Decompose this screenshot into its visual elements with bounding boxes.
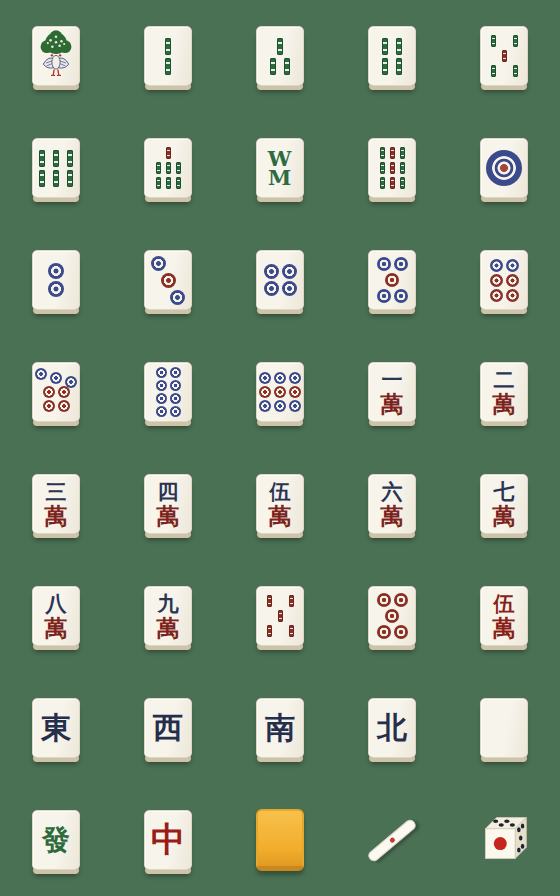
bamboo-row xyxy=(39,150,73,167)
circle-pip xyxy=(490,289,503,302)
man-number-character: 七 xyxy=(494,480,515,503)
circle-pip xyxy=(274,386,286,398)
tile-die[interactable] xyxy=(448,784,560,896)
tile-face: 四萬 xyxy=(144,474,192,534)
tile-face: 伍萬 xyxy=(256,474,304,534)
tile-0s[interactable] xyxy=(224,560,336,672)
honor-character: 南 xyxy=(265,708,295,749)
bamboo-stick xyxy=(396,38,402,55)
bamboo-stick xyxy=(382,38,388,55)
tile-face: 中 xyxy=(144,810,192,870)
tile-chun[interactable]: 中 xyxy=(112,784,224,896)
pip-row xyxy=(43,400,70,412)
man-wan-character: 萬 xyxy=(381,503,404,528)
circle-pip xyxy=(156,393,167,404)
mahjong-emoji-grid: WM一萬二萬三萬四萬伍萬六萬七萬八萬九萬伍萬東西南北發中 xyxy=(0,0,560,896)
tile-9s[interactable] xyxy=(336,112,448,224)
man-characters: 二萬 xyxy=(493,368,516,416)
bamboo-eight-glyphs: WM xyxy=(268,149,293,187)
tile-face xyxy=(144,250,192,310)
tile-south[interactable]: 南 xyxy=(224,672,336,784)
pip-row xyxy=(264,264,297,279)
circle-pip xyxy=(490,259,503,272)
tile-7s[interactable] xyxy=(112,112,224,224)
circle-pips xyxy=(33,263,79,297)
bamboo-stick xyxy=(390,162,395,174)
pip-row xyxy=(48,281,64,297)
tile-7m[interactable]: 七萬 xyxy=(448,448,560,560)
tile-face xyxy=(368,586,416,646)
bamboo-stick xyxy=(513,65,518,77)
bamboo-row xyxy=(502,50,507,62)
bamboo-stick xyxy=(382,58,388,75)
bamboo-stick xyxy=(278,610,283,622)
tile-face xyxy=(144,362,192,422)
pip-row xyxy=(161,273,176,288)
circle-pip xyxy=(385,273,399,287)
tile-face: 九萬 xyxy=(144,586,192,646)
circle-pip xyxy=(170,406,181,417)
bamboo-sticks xyxy=(267,595,294,637)
pip-row xyxy=(170,290,185,305)
tile-face xyxy=(368,138,416,198)
circle-pip xyxy=(264,281,279,296)
tile-face: 東 xyxy=(32,698,80,758)
circle-pip xyxy=(394,257,408,271)
bamboo-stick xyxy=(267,595,272,607)
man-characters: 三萬 xyxy=(45,480,68,528)
tile-1m[interactable]: 一萬 xyxy=(336,336,448,448)
tile-face: 一萬 xyxy=(368,362,416,422)
circle-pips xyxy=(257,264,303,296)
bamboo-stick xyxy=(390,177,395,189)
bamboo-stick xyxy=(165,38,171,55)
circle-pip xyxy=(43,400,55,412)
tile-hatsu[interactable]: 發 xyxy=(0,784,112,896)
tile-5m[interactable]: 伍萬 xyxy=(224,448,336,560)
honor-character: 東 xyxy=(41,708,71,749)
tile-haku[interactable] xyxy=(448,672,560,784)
tile-6s[interactable] xyxy=(0,112,112,224)
tile-3p[interactable] xyxy=(112,224,224,336)
bamboo-stick xyxy=(284,58,290,75)
man-characters: 九萬 xyxy=(157,592,180,640)
tile-0m[interactable]: 伍萬 xyxy=(448,560,560,672)
bamboo-stick xyxy=(380,162,385,174)
circle-pip xyxy=(506,274,519,287)
circle-pip xyxy=(156,406,167,417)
circle-pip xyxy=(259,372,271,384)
bamboo-row xyxy=(166,147,171,159)
bamboo-row xyxy=(39,170,73,187)
man-number-character: 九 xyxy=(158,592,179,615)
bamboo-stick xyxy=(176,162,181,174)
circle-pip xyxy=(394,593,408,607)
bamboo-stick xyxy=(267,625,272,637)
circle-pip xyxy=(377,625,391,639)
circle-pip xyxy=(151,256,166,271)
circle-pip xyxy=(58,400,70,412)
pip-row xyxy=(377,289,408,303)
circle-pip xyxy=(35,368,47,380)
honor-character: 發 xyxy=(42,821,70,859)
tile-3s[interactable] xyxy=(224,0,336,112)
tile-east[interactable]: 東 xyxy=(0,672,112,784)
tile-face xyxy=(32,362,80,422)
pip-row xyxy=(156,380,181,391)
tile-face xyxy=(480,698,528,758)
bamboo-stick xyxy=(491,35,496,47)
bamboo-stick xyxy=(491,65,496,77)
man-characters: 六萬 xyxy=(381,480,404,528)
man-number-character: 一 xyxy=(382,368,403,391)
tile-face: 發 xyxy=(32,810,80,870)
man-wan-character: 萬 xyxy=(45,615,68,640)
circle-pips xyxy=(145,256,191,305)
circle-pip xyxy=(170,380,181,391)
tile-9p[interactable] xyxy=(224,336,336,448)
pip-row xyxy=(490,259,519,272)
tile-face: WM xyxy=(256,138,304,198)
man-wan-character: 萬 xyxy=(157,615,180,640)
tile-face xyxy=(480,250,528,310)
big-circle-pip xyxy=(486,150,522,186)
tile-5s[interactable] xyxy=(448,0,560,112)
circle-pip xyxy=(48,281,64,297)
circle-pip xyxy=(377,289,391,303)
circle-pips xyxy=(145,367,191,417)
bamboo-stick xyxy=(289,625,294,637)
tile-6m[interactable]: 六萬 xyxy=(336,448,448,560)
circle-pip xyxy=(50,372,62,384)
bamboo-letter: M xyxy=(268,168,293,187)
pip-row xyxy=(156,406,181,417)
point-stick-dot xyxy=(388,836,395,843)
tile-2p[interactable] xyxy=(0,224,112,336)
bamboo-stick xyxy=(502,50,507,62)
honor-character: 西 xyxy=(153,708,183,749)
tile-face: 六萬 xyxy=(368,474,416,534)
point-stick-icon xyxy=(366,817,418,863)
pip-row xyxy=(385,273,399,287)
bamboo-row xyxy=(156,177,181,189)
tile-7p[interactable] xyxy=(0,336,112,448)
pip-row xyxy=(43,386,70,398)
circle-pip xyxy=(170,290,185,305)
tile-face xyxy=(144,138,192,198)
bamboo-stick xyxy=(53,150,59,167)
circle-pip xyxy=(506,289,519,302)
bamboo-sticks xyxy=(165,38,171,75)
circle-pip xyxy=(385,609,399,623)
tile-face xyxy=(256,586,304,646)
tile-face xyxy=(256,250,304,310)
man-number-character: 三 xyxy=(46,480,67,503)
circle-pip xyxy=(43,386,55,398)
tile-8p[interactable] xyxy=(112,336,224,448)
honor-character: 北 xyxy=(377,708,407,749)
die-icon xyxy=(478,812,530,868)
man-wan-character: 萬 xyxy=(45,503,68,528)
pip-row xyxy=(259,400,301,412)
circle-pip xyxy=(48,263,64,279)
circle-pips xyxy=(481,259,527,302)
honor-character: 中 xyxy=(151,817,185,863)
man-characters: 一萬 xyxy=(381,368,404,416)
man-number-character: 八 xyxy=(46,592,67,615)
tile-face: 西 xyxy=(144,698,192,758)
tile-back xyxy=(256,809,304,871)
circle-pip xyxy=(65,376,77,388)
tile-face: 七萬 xyxy=(480,474,528,534)
pip-row xyxy=(151,256,166,271)
tile-face xyxy=(256,362,304,422)
circle-pip xyxy=(289,386,301,398)
tile-4p[interactable] xyxy=(224,224,336,336)
tile-face xyxy=(368,250,416,310)
bamboo-row xyxy=(278,610,283,622)
tile-face xyxy=(32,26,80,86)
bamboo-stick xyxy=(165,58,171,75)
bamboo-sticks xyxy=(382,38,402,75)
tile-face xyxy=(144,26,192,86)
tile-face: 二萬 xyxy=(480,362,528,422)
tile-5p[interactable] xyxy=(336,224,448,336)
tile-face xyxy=(480,26,528,86)
tile-back[interactable] xyxy=(224,784,336,896)
man-wan-character: 萬 xyxy=(381,391,404,416)
pip-row xyxy=(156,393,181,404)
bamboo-sticks xyxy=(270,38,290,75)
tile-face xyxy=(368,26,416,86)
tile-tenbou[interactable] xyxy=(336,784,448,896)
man-wan-character: 萬 xyxy=(493,391,516,416)
bamboo-stick xyxy=(166,177,171,189)
circle-pip xyxy=(264,264,279,279)
circle-pip xyxy=(170,393,181,404)
circle-pip xyxy=(282,264,297,279)
tile-face: 伍萬 xyxy=(480,586,528,646)
man-characters: 四萬 xyxy=(157,480,180,528)
circle-pip xyxy=(289,400,301,412)
tile-2s[interactable] xyxy=(112,0,224,112)
pip-row xyxy=(48,263,64,279)
circle-pip xyxy=(58,386,70,398)
pip-row xyxy=(377,593,408,607)
bamboo-row xyxy=(267,625,294,637)
pip-row xyxy=(35,372,77,384)
pip-row xyxy=(259,386,301,398)
bamboo-row xyxy=(380,147,405,159)
bamboo-stick xyxy=(400,177,405,189)
bamboo-row xyxy=(491,65,518,77)
tile-6p[interactable] xyxy=(448,224,560,336)
tile-1p[interactable] xyxy=(448,112,560,224)
pip-row xyxy=(490,289,519,302)
tile-2m[interactable]: 二萬 xyxy=(448,336,560,448)
bamboo-stick xyxy=(156,177,161,189)
tile-4m[interactable]: 四萬 xyxy=(112,448,224,560)
circle-pip xyxy=(161,273,176,288)
bamboo-stick xyxy=(289,595,294,607)
bamboo-stick xyxy=(396,58,402,75)
circle-pips xyxy=(33,372,79,412)
bamboo-stick xyxy=(380,177,385,189)
man-characters: 伍萬 xyxy=(269,480,292,528)
bamboo-stick xyxy=(166,162,171,174)
circle-pip xyxy=(394,289,408,303)
bamboo-row xyxy=(165,58,171,75)
bamboo-stick xyxy=(156,162,161,174)
man-number-character: 六 xyxy=(382,480,403,503)
bamboo-stick xyxy=(270,58,276,75)
circle-pip xyxy=(394,625,408,639)
bamboo-stick xyxy=(39,150,45,167)
man-number-character: 伍 xyxy=(270,480,291,503)
man-wan-character: 萬 xyxy=(493,503,516,528)
tile-face xyxy=(32,250,80,310)
pip-row xyxy=(377,625,408,639)
tile-1s[interactable] xyxy=(0,0,112,112)
bamboo-row xyxy=(382,58,402,75)
circle-pip xyxy=(259,386,271,398)
circle-pips xyxy=(369,593,415,639)
man-characters: 伍萬 xyxy=(493,592,516,640)
bamboo-row xyxy=(380,177,405,189)
bamboo-stick xyxy=(166,147,171,159)
tile-face: 三萬 xyxy=(32,474,80,534)
bamboo-stick xyxy=(400,147,405,159)
bamboo-row xyxy=(277,38,283,55)
tile-face xyxy=(256,26,304,86)
circle-pip xyxy=(506,259,519,272)
pip-row xyxy=(259,372,301,384)
tile-face: 八萬 xyxy=(32,586,80,646)
pip-row xyxy=(377,257,408,271)
circle-pips xyxy=(369,257,415,303)
tile-north[interactable]: 北 xyxy=(336,672,448,784)
bamboo-row xyxy=(382,38,402,55)
tile-face: 北 xyxy=(368,698,416,758)
circle-pip xyxy=(274,372,286,384)
man-wan-character: 萬 xyxy=(269,503,292,528)
bamboo-row xyxy=(270,58,290,75)
bamboo-stick xyxy=(390,147,395,159)
bamboo-row xyxy=(165,38,171,55)
man-characters: 七萬 xyxy=(493,480,516,528)
bamboo-sticks xyxy=(380,147,405,189)
man-number-character: 四 xyxy=(158,480,179,503)
man-characters: 八萬 xyxy=(45,592,68,640)
circle-pip xyxy=(377,257,391,271)
bamboo-row xyxy=(267,595,294,607)
bamboo-stick xyxy=(39,170,45,187)
bamboo-stick xyxy=(380,147,385,159)
tile-face xyxy=(32,138,80,198)
bamboo-stick xyxy=(67,170,73,187)
tile-0p[interactable] xyxy=(336,560,448,672)
pip-row xyxy=(156,367,181,378)
tile-3m[interactable]: 三萬 xyxy=(0,448,112,560)
tile-face: 南 xyxy=(256,698,304,758)
bamboo-stick xyxy=(67,150,73,167)
circle-pip xyxy=(170,367,181,378)
bamboo-row xyxy=(380,162,405,174)
circle-pip xyxy=(156,380,167,391)
pip-row xyxy=(490,274,519,287)
bamboo-stick xyxy=(400,162,405,174)
man-number-character: 二 xyxy=(494,368,515,391)
bamboo-stick xyxy=(277,38,283,55)
bamboo-sticks xyxy=(491,35,518,77)
man-wan-character: 萬 xyxy=(493,615,516,640)
tile-8s[interactable]: WM xyxy=(224,112,336,224)
bamboo-stick xyxy=(513,35,518,47)
circle-pips xyxy=(257,372,303,412)
bamboo-sticks xyxy=(156,147,181,189)
circle-pip xyxy=(490,274,503,287)
tile-9m[interactable]: 九萬 xyxy=(112,560,224,672)
bamboo-row xyxy=(491,35,518,47)
tile-4s[interactable] xyxy=(336,0,448,112)
circle-pip xyxy=(259,400,271,412)
circle-pip xyxy=(289,372,301,384)
circle-pip xyxy=(156,367,167,378)
tile-west[interactable]: 西 xyxy=(112,672,224,784)
peacock-icon xyxy=(36,29,76,83)
circle-pip xyxy=(377,593,391,607)
bamboo-stick xyxy=(176,177,181,189)
circle-pip xyxy=(274,400,286,412)
tile-8m[interactable]: 八萬 xyxy=(0,560,112,672)
circle-pip xyxy=(282,281,297,296)
pip-row xyxy=(264,281,297,296)
man-wan-character: 萬 xyxy=(157,503,180,528)
bamboo-row xyxy=(156,162,181,174)
bamboo-sticks xyxy=(39,150,73,187)
bamboo-stick xyxy=(53,170,59,187)
pip-row xyxy=(385,609,399,623)
man-number-character: 伍 xyxy=(494,592,515,615)
tile-face xyxy=(480,138,528,198)
